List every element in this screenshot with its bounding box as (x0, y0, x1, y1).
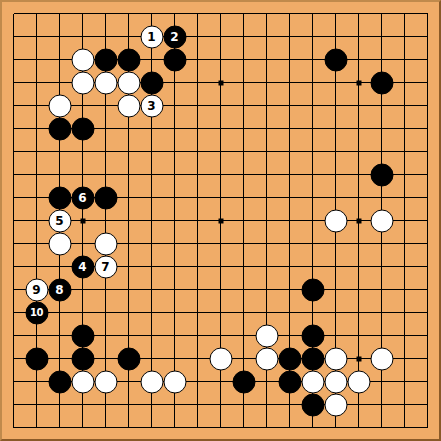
grid-line-vertical (289, 117, 290, 140)
white-stone (324, 209, 347, 232)
grid-line-vertical (151, 393, 152, 416)
grid-line-vertical (266, 25, 267, 48)
grid-line-vertical (243, 163, 244, 186)
intersection-19-9 (416, 186, 439, 209)
grid-line-vertical (289, 14, 290, 26)
intersection-1-2 (2, 25, 25, 48)
intersection-11-10 (232, 209, 255, 232)
grid-line-vertical (151, 255, 152, 278)
intersection-2-8 (25, 163, 48, 186)
intersection-3-6 (48, 117, 71, 140)
intersection-19-5 (416, 94, 439, 117)
grid-line-vertical (312, 232, 313, 255)
grid-line-vertical (381, 255, 382, 278)
intersection-6-10 (117, 209, 140, 232)
intersection-11-17 (232, 370, 255, 393)
intersection-15-18 (324, 393, 347, 416)
intersection-18-15 (393, 324, 416, 347)
grid-line-vertical (197, 14, 198, 26)
intersection-16-15 (347, 324, 370, 347)
grid-line-vertical (197, 278, 198, 301)
intersection-2-14: 10 (25, 301, 48, 324)
grid-line-vertical (220, 117, 221, 140)
intersection-19-3 (416, 48, 439, 71)
grid-line-vertical (427, 140, 428, 163)
intersection-10-14 (209, 301, 232, 324)
intersection-5-6 (94, 117, 117, 140)
grid-line-vertical (312, 301, 313, 324)
intersection-11-9 (232, 186, 255, 209)
intersection-12-13 (255, 278, 278, 301)
grid-line-horizontal (416, 197, 428, 198)
grid-line-vertical (243, 347, 244, 370)
intersection-11-15 (232, 324, 255, 347)
intersection-7-13 (140, 278, 163, 301)
intersection-9-19 (186, 416, 209, 439)
intersection-4-19 (71, 416, 94, 439)
white-stone (324, 347, 347, 370)
intersection-5-7 (94, 140, 117, 163)
intersection-3-19 (48, 416, 71, 439)
grid-line-vertical (197, 416, 198, 428)
white-stone (209, 347, 232, 370)
intersection-5-9 (94, 186, 117, 209)
black-stone (94, 186, 117, 209)
grid-line-vertical (220, 416, 221, 428)
grid-line-vertical (59, 393, 60, 416)
intersection-12-17 (255, 370, 278, 393)
white-stone (301, 370, 324, 393)
grid-line-vertical (105, 393, 106, 416)
intersection-13-7 (278, 140, 301, 163)
grid-line-vertical (128, 117, 129, 140)
intersection-3-16 (48, 347, 71, 370)
grid-line-vertical (197, 324, 198, 347)
grid-line-vertical (358, 186, 359, 209)
intersection-5-4 (94, 71, 117, 94)
intersection-13-1 (278, 2, 301, 25)
grid-line-vertical (266, 140, 267, 163)
grid-line-vertical (82, 393, 83, 416)
intersection-4-9: 6 (71, 186, 94, 209)
intersection-3-10: 5 (48, 209, 71, 232)
intersection-2-5 (25, 94, 48, 117)
intersection-1-18 (2, 393, 25, 416)
intersection-1-3 (2, 48, 25, 71)
intersection-1-11 (2, 232, 25, 255)
grid-line-vertical (243, 140, 244, 163)
grid-line-vertical (197, 370, 198, 393)
intersection-15-5 (324, 94, 347, 117)
intersection-19-13 (416, 278, 439, 301)
grid-line-vertical (197, 209, 198, 232)
white-stone (117, 94, 140, 117)
intersection-7-3 (140, 48, 163, 71)
intersection-7-4 (140, 71, 163, 94)
grid-line-vertical (427, 301, 428, 324)
grid-line-vertical (128, 255, 129, 278)
grid-line-vertical (128, 186, 129, 209)
grid-line-vertical (174, 140, 175, 163)
grid-line-vertical (36, 209, 37, 232)
grid-line-vertical (312, 163, 313, 186)
intersection-13-14 (278, 301, 301, 324)
intersection-7-9 (140, 186, 163, 209)
intersection-19-11 (416, 232, 439, 255)
grid-line-vertical (174, 324, 175, 347)
grid-line-vertical (427, 14, 428, 26)
intersection-8-2: 2 (163, 25, 186, 48)
grid-line-vertical (335, 14, 336, 26)
black-stone (370, 163, 393, 186)
intersection-8-4 (163, 71, 186, 94)
intersection-14-5 (301, 94, 324, 117)
intersection-15-19 (324, 416, 347, 439)
grid-line-vertical (151, 278, 152, 301)
grid-line-vertical (335, 25, 336, 48)
grid-line-vertical (36, 48, 37, 71)
intersection-18-13 (393, 278, 416, 301)
intersection-16-2 (347, 25, 370, 48)
grid-line-vertical (358, 324, 359, 347)
white-stone (71, 48, 94, 71)
intersection-7-8 (140, 163, 163, 186)
intersection-19-7 (416, 140, 439, 163)
black-stone (163, 48, 186, 71)
intersection-9-16 (186, 347, 209, 370)
intersection-15-13 (324, 278, 347, 301)
intersection-14-15 (301, 324, 324, 347)
intersection-4-14 (71, 301, 94, 324)
grid-line-vertical (151, 209, 152, 232)
grid-line-vertical (59, 25, 60, 48)
grid-line-vertical (381, 186, 382, 209)
intersection-10-17 (209, 370, 232, 393)
grid-line-vertical (128, 14, 129, 26)
grid-line-vertical (151, 48, 152, 71)
intersection-13-16 (278, 347, 301, 370)
intersection-10-5 (209, 94, 232, 117)
grid-line-vertical (335, 94, 336, 117)
intersection-19-10 (416, 209, 439, 232)
intersection-11-6 (232, 117, 255, 140)
grid-line-vertical (381, 416, 382, 428)
intersection-1-17 (2, 370, 25, 393)
grid-line-horizontal (14, 289, 26, 290)
black-stone-move-2: 2 (163, 25, 186, 48)
intersection-3-9 (48, 186, 71, 209)
intersection-15-3 (324, 48, 347, 71)
intersection-12-9 (255, 186, 278, 209)
intersection-4-7 (71, 140, 94, 163)
intersection-5-16 (94, 347, 117, 370)
grid-line-horizontal (416, 404, 428, 405)
intersection-9-8 (186, 163, 209, 186)
intersection-3-14 (48, 301, 71, 324)
black-stone-move-6: 6 (71, 186, 94, 209)
intersection-15-16 (324, 347, 347, 370)
intersection-5-1 (94, 2, 117, 25)
grid-line-vertical (174, 301, 175, 324)
grid-line-vertical (220, 140, 221, 163)
intersection-13-6 (278, 117, 301, 140)
star-point (356, 218, 361, 223)
grid-line-vertical (151, 301, 152, 324)
grid-line-vertical (289, 48, 290, 71)
black-stone (278, 347, 301, 370)
grid-line-vertical (36, 71, 37, 94)
grid-line-vertical (358, 140, 359, 163)
intersection-11-4 (232, 71, 255, 94)
grid-line-vertical (128, 232, 129, 255)
intersection-2-1 (25, 2, 48, 25)
intersection-14-3 (301, 48, 324, 71)
grid-line-vertical (266, 186, 267, 209)
black-stone (48, 186, 71, 209)
go-diagram: 12365479810 (0, 0, 441, 441)
grid-line-vertical (266, 232, 267, 255)
grid-line-vertical (151, 140, 152, 163)
intersection-8-1 (163, 2, 186, 25)
grid-line-vertical (404, 301, 405, 324)
grid-line-vertical (82, 232, 83, 255)
white-stone (255, 347, 278, 370)
grid-line-vertical (289, 71, 290, 94)
grid-line-horizontal (14, 82, 26, 83)
intersection-1-7 (2, 140, 25, 163)
grid-line-vertical (174, 278, 175, 301)
intersection-8-19 (163, 416, 186, 439)
grid-line-horizontal (14, 220, 26, 221)
grid-line-vertical (335, 416, 336, 428)
grid-line-vertical (36, 324, 37, 347)
grid-line-vertical (174, 209, 175, 232)
grid-line-vertical (105, 347, 106, 370)
intersection-2-17 (25, 370, 48, 393)
intersection-11-12 (232, 255, 255, 278)
intersection-17-9 (370, 186, 393, 209)
intersection-2-4 (25, 71, 48, 94)
grid-line-vertical (59, 48, 60, 71)
grid-line-vertical (404, 416, 405, 428)
grid-line-horizontal (416, 243, 428, 244)
intersection-15-10 (324, 209, 347, 232)
grid-line-vertical (13, 94, 14, 117)
grid-line-vertical (105, 25, 106, 48)
intersection-13-3 (278, 48, 301, 71)
grid-line-vertical (220, 393, 221, 416)
grid-line-vertical (151, 163, 152, 186)
grid-line-vertical (220, 232, 221, 255)
intersection-19-17 (416, 370, 439, 393)
grid-line-vertical (82, 278, 83, 301)
grid-line-vertical (243, 393, 244, 416)
grid-line-vertical (404, 255, 405, 278)
intersection-9-5 (186, 94, 209, 117)
grid-line-vertical (427, 186, 428, 209)
white-stone (324, 370, 347, 393)
grid-line-vertical (36, 163, 37, 186)
intersection-6-9 (117, 186, 140, 209)
intersection-19-14 (416, 301, 439, 324)
grid-line-horizontal (14, 197, 26, 198)
intersection-5-15 (94, 324, 117, 347)
grid-line-vertical (59, 347, 60, 370)
black-stone (370, 71, 393, 94)
grid-line-horizontal (416, 335, 428, 336)
black-stone (71, 347, 94, 370)
black-stone (140, 71, 163, 94)
grid-line-vertical (13, 416, 14, 428)
intersection-3-15 (48, 324, 71, 347)
grid-line-vertical (289, 393, 290, 416)
intersection-14-7 (301, 140, 324, 163)
intersection-7-14 (140, 301, 163, 324)
grid-line-vertical (197, 140, 198, 163)
grid-line-vertical (128, 416, 129, 428)
intersection-6-6 (117, 117, 140, 140)
intersection-9-15 (186, 324, 209, 347)
intersection-12-2 (255, 25, 278, 48)
intersection-8-13 (163, 278, 186, 301)
intersection-6-3 (117, 48, 140, 71)
grid-line-vertical (427, 117, 428, 140)
black-stone (48, 117, 71, 140)
grid-line-vertical (335, 255, 336, 278)
intersection-17-11 (370, 232, 393, 255)
intersection-14-9 (301, 186, 324, 209)
intersection-13-8 (278, 163, 301, 186)
grid-line-vertical (82, 94, 83, 117)
intersection-19-1 (416, 2, 439, 25)
black-stone (117, 48, 140, 71)
intersection-1-15 (2, 324, 25, 347)
grid-line-vertical (220, 370, 221, 393)
grid-line-horizontal (14, 266, 26, 267)
intersection-11-5 (232, 94, 255, 117)
grid-line-vertical (174, 186, 175, 209)
intersection-6-18 (117, 393, 140, 416)
grid-line-horizontal (14, 381, 26, 382)
grid-line-vertical (197, 117, 198, 140)
intersection-2-19 (25, 416, 48, 439)
intersection-8-12 (163, 255, 186, 278)
grid-line-vertical (13, 140, 14, 163)
grid-line-vertical (36, 255, 37, 278)
intersection-14-19 (301, 416, 324, 439)
grid-line-vertical (404, 14, 405, 26)
intersection-17-12 (370, 255, 393, 278)
grid-line-vertical (289, 232, 290, 255)
white-stone (48, 232, 71, 255)
grid-line-vertical (427, 94, 428, 117)
intersection-15-17 (324, 370, 347, 393)
intersection-8-9 (163, 186, 186, 209)
grid-line-vertical (220, 324, 221, 347)
intersection-9-2 (186, 25, 209, 48)
intersection-12-5 (255, 94, 278, 117)
grid-line-vertical (197, 71, 198, 94)
intersection-7-1 (140, 2, 163, 25)
intersection-13-9 (278, 186, 301, 209)
grid-line-vertical (358, 163, 359, 186)
intersection-13-13 (278, 278, 301, 301)
intersection-2-11 (25, 232, 48, 255)
intersection-17-2 (370, 25, 393, 48)
intersection-9-7 (186, 140, 209, 163)
intersection-9-12 (186, 255, 209, 278)
black-stone (301, 347, 324, 370)
grid-line-vertical (197, 232, 198, 255)
intersection-3-13: 8 (48, 278, 71, 301)
grid-line-vertical (82, 14, 83, 26)
grid-line-vertical (174, 14, 175, 26)
grid-line-vertical (36, 140, 37, 163)
intersection-2-6 (25, 117, 48, 140)
grid-line-vertical (151, 347, 152, 370)
grid-line-vertical (404, 324, 405, 347)
grid-line-vertical (105, 163, 106, 186)
grid-line-vertical (358, 301, 359, 324)
intersection-3-2 (48, 25, 71, 48)
intersection-14-13 (301, 278, 324, 301)
grid-line-horizontal (416, 59, 428, 60)
intersection-17-8 (370, 163, 393, 186)
grid-line-vertical (266, 163, 267, 186)
intersection-10-6 (209, 117, 232, 140)
intersection-8-5 (163, 94, 186, 117)
white-stone (255, 324, 278, 347)
grid-line-vertical (13, 232, 14, 255)
intersection-1-13 (2, 278, 25, 301)
intersection-1-12 (2, 255, 25, 278)
intersection-16-18 (347, 393, 370, 416)
intersection-10-11 (209, 232, 232, 255)
grid-line-vertical (13, 393, 14, 416)
intersection-7-16 (140, 347, 163, 370)
intersection-19-18 (416, 393, 439, 416)
white-stone-move-1: 1 (140, 25, 163, 48)
grid-line-vertical (243, 94, 244, 117)
intersection-2-18 (25, 393, 48, 416)
grid-line-vertical (220, 94, 221, 117)
intersection-2-7 (25, 140, 48, 163)
intersection-9-6 (186, 117, 209, 140)
grid-line-vertical (243, 301, 244, 324)
intersection-11-19 (232, 416, 255, 439)
grid-line-horizontal (416, 381, 428, 382)
intersection-11-3 (232, 48, 255, 71)
grid-line-vertical (427, 209, 428, 232)
intersection-3-4 (48, 71, 71, 94)
grid-line-horizontal (14, 427, 26, 428)
intersection-15-1 (324, 2, 347, 25)
grid-line-vertical (381, 393, 382, 416)
intersection-4-3 (71, 48, 94, 71)
intersection-15-9 (324, 186, 347, 209)
intersection-14-4 (301, 71, 324, 94)
intersection-18-4 (393, 71, 416, 94)
grid-line-vertical (36, 393, 37, 416)
intersection-2-2 (25, 25, 48, 48)
grid-line-vertical (174, 393, 175, 416)
grid-line-vertical (335, 186, 336, 209)
intersection-17-16 (370, 347, 393, 370)
grid-line-vertical (243, 416, 244, 428)
white-stone-move-5: 5 (48, 209, 71, 232)
grid-line-vertical (174, 255, 175, 278)
grid-line-vertical (13, 370, 14, 393)
